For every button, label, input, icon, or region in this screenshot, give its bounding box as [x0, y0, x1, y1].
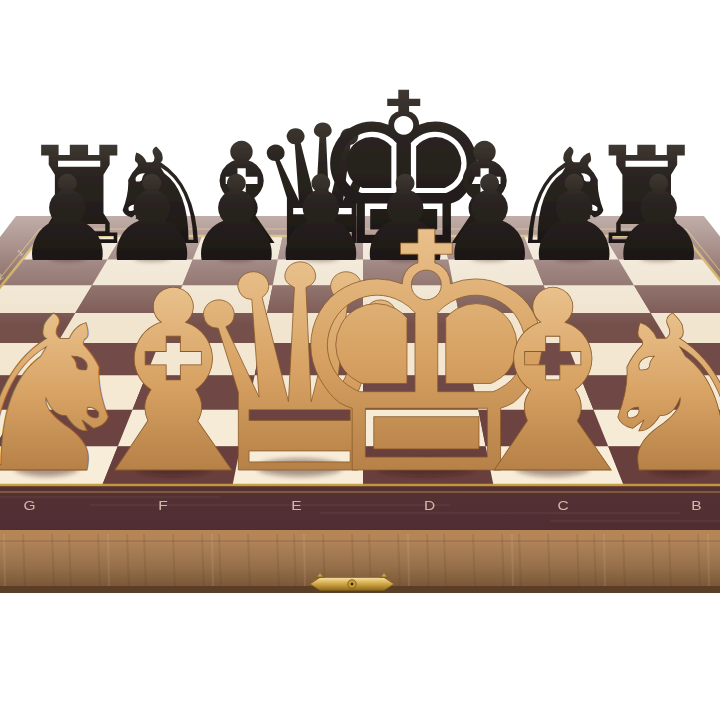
chess-set-photo: GFEDCB12♜♞♝♛♚♝♞♜♟♟♟♟♟♟♟♟♞♝♛♚♝♞ — [0, 0, 720, 720]
piece-white-knight[interactable]: ♞ — [583, 270, 720, 521]
pieces: ♜♞♝♛♚♝♞♜♟♟♟♟♟♟♟♟♞♝♛♚♝♞ — [0, 48, 720, 548]
board-photo-svg: GFEDCB12♜♞♝♛♚♝♞♜♟♟♟♟♟♟♟♟♞♝♛♚♝♞ — [0, 0, 720, 720]
